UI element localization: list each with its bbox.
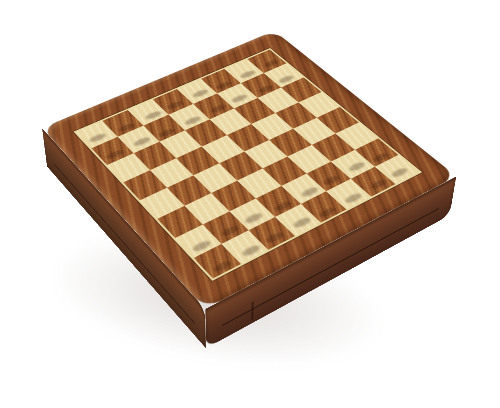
white-pawn-glyph: ♟ (84, 132, 146, 155)
product-photo: { "game": "chess", "scene": { "subject":… (0, 0, 500, 408)
black-rook-glyph: ♜ (188, 239, 256, 266)
drawer-seam (252, 301, 254, 321)
product-photo-scene: ♜♞♝♛♚♝♞♜♟♟♟♟♟♟♟♟♟♟♟♟♟♟♟♟♜♞♝♛♚♝♞♜ (0, 0, 500, 408)
